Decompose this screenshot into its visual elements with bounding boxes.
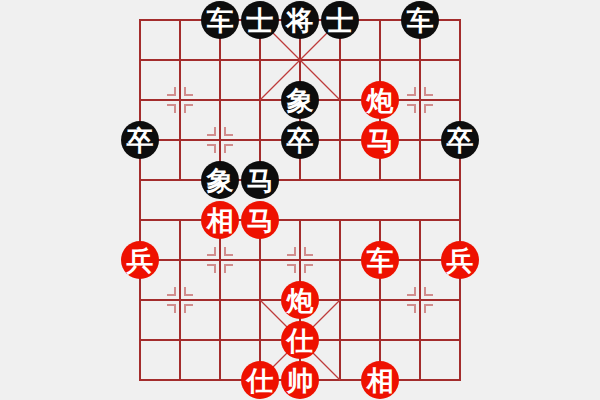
black-advisor[interactable]: 士	[321, 1, 359, 39]
red-elephant[interactable]: 相	[201, 201, 239, 239]
black-advisor[interactable]: 士	[241, 1, 279, 39]
red-advisor[interactable]: 仕	[241, 361, 279, 399]
black-soldier[interactable]: 卒	[121, 121, 159, 159]
black-chariot[interactable]: 车	[201, 1, 239, 39]
red-cannon[interactable]: 炮	[361, 81, 399, 119]
red-cannon[interactable]: 炮	[281, 281, 319, 319]
black-elephant[interactable]: 象	[201, 161, 239, 199]
black-elephant[interactable]: 象	[281, 81, 319, 119]
red-general[interactable]: 帅	[281, 361, 319, 399]
black-soldier[interactable]: 卒	[281, 121, 319, 159]
black-chariot[interactable]: 车	[401, 1, 439, 39]
black-general[interactable]: 将	[281, 1, 319, 39]
red-horse[interactable]: 马	[361, 121, 399, 159]
red-elephant[interactable]: 相	[361, 361, 399, 399]
xiangqi-app: 车士将士车象炮卒卒马卒象马相马兵车兵炮仕仕帅相	[0, 0, 600, 400]
red-horse[interactable]: 马	[241, 201, 279, 239]
red-advisor[interactable]: 仕	[281, 321, 319, 359]
red-soldier[interactable]: 兵	[121, 241, 159, 279]
red-chariot[interactable]: 车	[361, 241, 399, 279]
red-soldier[interactable]: 兵	[441, 241, 479, 279]
black-horse[interactable]: 马	[241, 161, 279, 199]
board-grid[interactable]: 车士将士车象炮卒卒马卒象马相马兵车兵炮仕仕帅相	[120, 0, 480, 400]
black-soldier[interactable]: 卒	[441, 121, 479, 159]
